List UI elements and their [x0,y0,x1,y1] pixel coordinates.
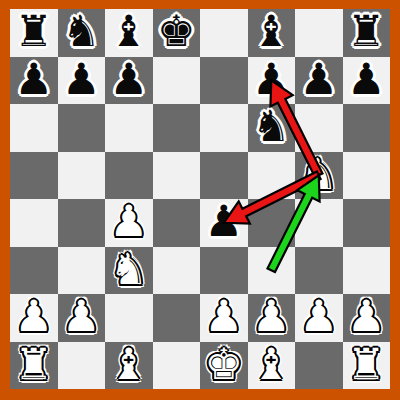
square-h7[interactable]: ♟ [343,57,391,105]
square-g5[interactable]: ♞ [295,152,343,200]
square-h2[interactable]: ♟ [343,294,391,342]
square-g2[interactable]: ♟ [295,294,343,342]
piece-black-king-d8: ♚ [157,10,196,53]
piece-black-pawn-g7: ♟ [299,58,338,101]
piece-black-bishop-f8: ♝ [252,10,291,53]
piece-white-pawn-h2: ♟ [347,295,386,338]
square-b6[interactable] [58,104,106,152]
square-f7[interactable]: ♟ [248,57,296,105]
square-a7[interactable]: ♟ [10,57,58,105]
piece-black-pawn-f7: ♟ [252,58,291,101]
board-frame: ♜♞♝♚♝♜♟♟♟♟♟♟♞♞♟♟♞♟♟♟♟♟♟♜♝♚♝♜ [0,0,400,400]
piece-white-knight-g5: ♞ [299,153,338,196]
piece-white-pawn-a2: ♟ [14,295,53,338]
square-g1[interactable] [295,342,343,390]
square-d7[interactable] [153,57,201,105]
square-e1[interactable]: ♚ [200,342,248,390]
square-a1[interactable]: ♜ [10,342,58,390]
chess-board: ♜♞♝♚♝♜♟♟♟♟♟♟♞♞♟♟♞♟♟♟♟♟♟♜♝♚♝♜ [10,9,390,389]
square-b8[interactable]: ♞ [58,9,106,57]
square-f8[interactable]: ♝ [248,9,296,57]
square-c7[interactable]: ♟ [105,57,153,105]
square-e6[interactable] [200,104,248,152]
piece-black-pawn-h7: ♟ [347,58,386,101]
square-a6[interactable] [10,104,58,152]
square-d2[interactable] [153,294,201,342]
piece-white-pawn-g2: ♟ [299,295,338,338]
square-g4[interactable] [295,199,343,247]
square-b4[interactable] [58,199,106,247]
square-c3[interactable]: ♞ [105,247,153,295]
square-h4[interactable] [343,199,391,247]
piece-black-rook-h8: ♜ [347,10,386,53]
piece-white-bishop-f1: ♝ [252,343,291,386]
square-d5[interactable] [153,152,201,200]
square-c1[interactable]: ♝ [105,342,153,390]
square-e4[interactable]: ♟ [200,199,248,247]
square-a2[interactable]: ♟ [10,294,58,342]
piece-black-bishop-c8: ♝ [109,10,148,53]
square-h6[interactable] [343,104,391,152]
square-f2[interactable]: ♟ [248,294,296,342]
square-g3[interactable] [295,247,343,295]
square-b2[interactable]: ♟ [58,294,106,342]
square-d3[interactable] [153,247,201,295]
square-c4[interactable]: ♟ [105,199,153,247]
square-f5[interactable] [248,152,296,200]
square-c2[interactable] [105,294,153,342]
square-a5[interactable] [10,152,58,200]
square-d1[interactable] [153,342,201,390]
piece-black-pawn-b7: ♟ [62,58,101,101]
square-g6[interactable] [295,104,343,152]
square-c8[interactable]: ♝ [105,9,153,57]
square-a4[interactable] [10,199,58,247]
square-d8[interactable]: ♚ [153,9,201,57]
piece-white-knight-c3: ♞ [109,248,148,291]
square-f3[interactable] [248,247,296,295]
square-h5[interactable] [343,152,391,200]
square-g7[interactable]: ♟ [295,57,343,105]
piece-white-pawn-f2: ♟ [252,295,291,338]
square-b3[interactable] [58,247,106,295]
square-f1[interactable]: ♝ [248,342,296,390]
piece-black-rook-a8: ♜ [14,10,53,53]
piece-white-pawn-e2: ♟ [204,295,243,338]
square-e5[interactable] [200,152,248,200]
square-d4[interactable] [153,199,201,247]
square-c6[interactable] [105,104,153,152]
piece-white-king-e1: ♚ [204,343,243,386]
piece-black-knight-b8: ♞ [62,10,101,53]
piece-black-pawn-c7: ♟ [109,58,148,101]
piece-white-rook-a1: ♜ [14,343,53,386]
square-b7[interactable]: ♟ [58,57,106,105]
piece-black-knight-f6: ♞ [252,105,291,148]
square-c5[interactable] [105,152,153,200]
square-h8[interactable]: ♜ [343,9,391,57]
square-f4[interactable] [248,199,296,247]
square-g8[interactable] [295,9,343,57]
piece-white-bishop-c1: ♝ [109,343,148,386]
square-f6[interactable]: ♞ [248,104,296,152]
piece-white-pawn-b2: ♟ [62,295,101,338]
piece-black-pawn-a7: ♟ [14,58,53,101]
piece-black-pawn-e4: ♟ [204,200,243,243]
square-a8[interactable]: ♜ [10,9,58,57]
square-h3[interactable] [343,247,391,295]
square-e2[interactable]: ♟ [200,294,248,342]
piece-white-rook-h1: ♜ [347,343,386,386]
square-b5[interactable] [58,152,106,200]
square-d6[interactable] [153,104,201,152]
square-b1[interactable] [58,342,106,390]
piece-white-pawn-c4: ♟ [109,200,148,243]
square-a3[interactable] [10,247,58,295]
square-e7[interactable] [200,57,248,105]
square-e8[interactable] [200,9,248,57]
square-h1[interactable]: ♜ [343,342,391,390]
square-e3[interactable] [200,247,248,295]
